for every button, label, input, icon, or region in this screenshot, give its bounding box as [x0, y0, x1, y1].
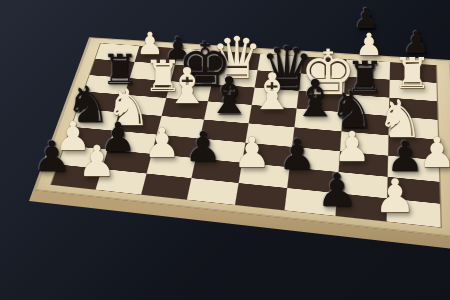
piece-black-pawn-a1: ♟ [33, 136, 71, 178]
scene: ♟♟♟♟♟♛♜♚♜♛♜♜♚♝♝♝♝♞♞♞♞♟♟♟♟♟♟♟♟♟♟♟♟♟ [0, 0, 450, 300]
piece-white-pawn-e2: ♟ [233, 132, 270, 174]
pieces-layer: ♟♟♟♟♟♛♜♚♜♛♜♜♚♝♝♝♝♞♞♞♞♟♟♟♟♟♟♟♟♟♟♟♟♟ [0, 0, 450, 300]
piece-white-bishop-e5: ♝ [249, 67, 294, 117]
piece-black-pawn-f2: ♟ [278, 134, 316, 176]
piece-white-pawn-h1: ♟ [374, 173, 416, 219]
piece-black-bishop-d4: ♝ [206, 70, 252, 121]
piece-black-pawn-d2: ♟ [185, 127, 222, 168]
piece-white-pawn-b1: ♟ [78, 140, 116, 183]
piece-white-bishop-c5: ♝ [165, 62, 210, 112]
piece-white-pawn-g2: ♟ [333, 127, 370, 168]
piece-white-pawn-c2: ♟ [144, 123, 181, 164]
piece-black-pawn-g1: ♟ [317, 168, 358, 214]
